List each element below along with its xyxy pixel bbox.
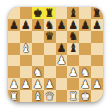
square-f7[interactable]: ♟ <box>67 19 79 31</box>
black-pawn[interactable]: ♟ <box>57 43 66 54</box>
square-c4[interactable] <box>32 55 44 67</box>
square-e1[interactable] <box>56 90 68 102</box>
square-e2[interactable] <box>56 78 68 90</box>
black-rook[interactable]: ♜ <box>45 7 54 18</box>
square-g3[interactable]: ♞ <box>79 66 91 78</box>
black-king[interactable]: ♚ <box>33 7 42 18</box>
square-h4[interactable] <box>91 55 103 67</box>
square-g1[interactable]: ♚ <box>79 90 91 102</box>
square-b8[interactable] <box>20 7 32 19</box>
square-g6[interactable] <box>79 31 91 43</box>
square-a2[interactable]: ♟ <box>8 78 20 90</box>
white-knight[interactable]: ♞ <box>33 67 42 78</box>
square-g5[interactable] <box>79 43 91 55</box>
square-f1[interactable]: ♜ <box>67 90 79 102</box>
square-b5[interactable]: ♝ <box>20 43 32 55</box>
square-e4[interactable]: ♟ <box>56 55 68 67</box>
black-bishop[interactable]: ♝ <box>69 43 78 54</box>
square-g8[interactable] <box>79 7 91 19</box>
chess-board: ♚♜♝♜♟♟♟♞♟♟♟♟♛♞♝♟♝♟♞♟♞♟♟♟♟♟♟♜♝♛♜♚ <box>8 7 103 102</box>
square-f2[interactable] <box>67 78 79 90</box>
white-pawn[interactable]: ♟ <box>57 55 66 66</box>
square-h8[interactable]: ♜ <box>91 7 103 19</box>
white-pawn[interactable]: ♟ <box>69 67 78 78</box>
square-a3[interactable] <box>8 66 20 78</box>
square-h1[interactable] <box>91 90 103 102</box>
black-pawn[interactable]: ♟ <box>92 19 101 30</box>
square-h2[interactable]: ♟ <box>91 78 103 90</box>
square-f8[interactable]: ♝ <box>67 7 79 19</box>
white-bishop[interactable]: ♝ <box>21 43 30 54</box>
square-d8[interactable]: ♜ <box>44 7 56 19</box>
square-a5[interactable] <box>8 43 20 55</box>
chess-app-icon[interactable]: ♚♜♝♜♟♟♟♞♟♟♟♟♛♞♝♟♝♟♞♟♞♟♟♟♟♟♟♜♝♛♜♚ <box>8 7 103 102</box>
square-e7[interactable]: ♟ <box>56 19 68 31</box>
white-queen[interactable]: ♛ <box>45 90 54 101</box>
white-pawn[interactable]: ♟ <box>45 78 54 89</box>
square-g4[interactable] <box>79 55 91 67</box>
square-b2[interactable]: ♟ <box>20 78 32 90</box>
black-knight[interactable]: ♞ <box>69 31 78 42</box>
square-d2[interactable]: ♟ <box>44 78 56 90</box>
square-d5[interactable] <box>44 43 56 55</box>
square-f3[interactable]: ♟ <box>67 66 79 78</box>
square-g7[interactable]: ♟ <box>79 19 91 31</box>
square-c1[interactable]: ♝ <box>32 90 44 102</box>
square-d7[interactable]: ♞ <box>44 19 56 31</box>
square-b3[interactable] <box>20 66 32 78</box>
square-f6[interactable]: ♞ <box>67 31 79 43</box>
black-pawn[interactable]: ♟ <box>69 19 78 30</box>
square-h5[interactable] <box>91 43 103 55</box>
square-c2[interactable]: ♟ <box>32 78 44 90</box>
black-rook[interactable]: ♜ <box>92 7 101 18</box>
square-b4[interactable] <box>20 55 32 67</box>
square-a6[interactable] <box>8 31 20 43</box>
black-knight[interactable]: ♞ <box>45 19 54 30</box>
square-b1[interactable] <box>20 90 32 102</box>
square-c7[interactable]: ♟ <box>32 19 44 31</box>
white-rook[interactable]: ♜ <box>69 90 78 101</box>
square-e5[interactable]: ♟ <box>56 43 68 55</box>
square-b6[interactable] <box>20 31 32 43</box>
white-knight[interactable]: ♞ <box>80 67 89 78</box>
square-h3[interactable] <box>91 66 103 78</box>
square-h7[interactable]: ♟ <box>91 19 103 31</box>
square-a8[interactable] <box>8 7 20 19</box>
white-pawn[interactable]: ♟ <box>21 78 30 89</box>
white-rook[interactable]: ♜ <box>9 90 18 101</box>
square-c6[interactable] <box>32 31 44 43</box>
white-pawn[interactable]: ♟ <box>80 78 89 89</box>
white-pawn[interactable]: ♟ <box>92 78 101 89</box>
black-pawn[interactable]: ♟ <box>57 19 66 30</box>
black-pawn[interactable]: ♟ <box>80 19 89 30</box>
black-pawn[interactable]: ♟ <box>21 19 30 30</box>
square-h6[interactable] <box>91 31 103 43</box>
white-king[interactable]: ♚ <box>80 90 89 101</box>
square-d4[interactable] <box>44 55 56 67</box>
square-d3[interactable] <box>44 66 56 78</box>
square-c8[interactable]: ♚ <box>32 7 44 19</box>
square-c5[interactable] <box>32 43 44 55</box>
square-f5[interactable]: ♝ <box>67 43 79 55</box>
white-pawn[interactable]: ♟ <box>9 78 18 89</box>
black-queen[interactable]: ♛ <box>45 31 54 42</box>
black-pawn[interactable]: ♟ <box>9 19 18 30</box>
white-bishop[interactable]: ♝ <box>33 90 42 101</box>
square-a1[interactable]: ♜ <box>8 90 20 102</box>
square-g2[interactable]: ♟ <box>79 78 91 90</box>
square-e8[interactable] <box>56 7 68 19</box>
square-f4[interactable] <box>67 55 79 67</box>
square-d1[interactable]: ♛ <box>44 90 56 102</box>
square-a4[interactable] <box>8 55 20 67</box>
square-e6[interactable] <box>56 31 68 43</box>
square-b7[interactable]: ♟ <box>20 19 32 31</box>
square-e3[interactable] <box>56 66 68 78</box>
square-a7[interactable]: ♟ <box>8 19 20 31</box>
white-pawn[interactable]: ♟ <box>33 78 42 89</box>
black-bishop[interactable]: ♝ <box>69 7 78 18</box>
square-c3[interactable]: ♞ <box>32 66 44 78</box>
black-pawn[interactable]: ♟ <box>33 19 42 30</box>
square-d6[interactable]: ♛ <box>44 31 56 43</box>
